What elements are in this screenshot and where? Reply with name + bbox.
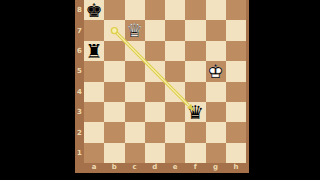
- file-label-a: a: [84, 163, 104, 173]
- square-b2[interactable]: [104, 122, 124, 142]
- square-h2[interactable]: [226, 122, 246, 142]
- square-h8[interactable]: [226, 0, 246, 20]
- square-d5[interactable]: [145, 61, 165, 81]
- square-c4[interactable]: [125, 82, 145, 102]
- piece-white-king-g5[interactable]: ♚♔: [206, 61, 226, 81]
- white-queen-glyph: ♕: [125, 20, 145, 40]
- piece-black-king-a8[interactable]: ♚: [84, 0, 104, 20]
- square-c3[interactable]: [125, 102, 145, 122]
- square-e8[interactable]: [165, 0, 185, 20]
- square-e6[interactable]: [165, 41, 185, 61]
- square-e3[interactable]: [165, 102, 185, 122]
- black-king-glyph: ♚: [84, 0, 104, 20]
- square-c6[interactable]: [125, 41, 145, 61]
- square-f4[interactable]: [185, 82, 205, 102]
- square-a2[interactable]: [84, 122, 104, 142]
- square-e5[interactable]: [165, 61, 185, 81]
- square-b7[interactable]: [104, 20, 124, 40]
- square-h7[interactable]: [226, 20, 246, 40]
- file-label-d: d: [145, 163, 165, 173]
- square-g7[interactable]: [206, 20, 226, 40]
- square-b5[interactable]: [104, 61, 124, 81]
- white-king-glyph: ♔: [206, 61, 226, 81]
- file-label-c: c: [125, 163, 145, 173]
- square-a7[interactable]: [84, 20, 104, 40]
- square-g8[interactable]: [206, 0, 226, 20]
- square-h4[interactable]: [226, 82, 246, 102]
- file-label-b: b: [104, 163, 124, 173]
- square-a5[interactable]: [84, 61, 104, 81]
- square-c2[interactable]: [125, 122, 145, 142]
- rank-label-6: 6: [75, 41, 84, 61]
- square-f5[interactable]: [185, 61, 205, 81]
- board-border-corner: [75, 163, 84, 173]
- square-a1[interactable]: [84, 143, 104, 163]
- square-g2[interactable]: [206, 122, 226, 142]
- rank-label-5: 5: [75, 61, 84, 81]
- square-f2[interactable]: [185, 122, 205, 142]
- square-h5[interactable]: [226, 61, 246, 81]
- square-d7[interactable]: [145, 20, 165, 40]
- square-g6[interactable]: [206, 41, 226, 61]
- file-label-f: f: [185, 163, 205, 173]
- square-c5[interactable]: [125, 61, 145, 81]
- piece-white-queen-c7[interactable]: ♛♕: [125, 20, 145, 40]
- square-f6[interactable]: [185, 41, 205, 61]
- rank-label-8: 8: [75, 0, 84, 20]
- square-d8[interactable]: [145, 0, 165, 20]
- square-f7[interactable]: [185, 20, 205, 40]
- file-label-h: h: [226, 163, 246, 173]
- board-border-right: [246, 0, 249, 173]
- square-b1[interactable]: [104, 143, 124, 163]
- square-f1[interactable]: [185, 143, 205, 163]
- square-b3[interactable]: [104, 102, 124, 122]
- square-g1[interactable]: [206, 143, 226, 163]
- rank-label-1: 1: [75, 143, 84, 163]
- square-h6[interactable]: [226, 41, 246, 61]
- rank-label-3: 3: [75, 102, 84, 122]
- rank-label-7: 7: [75, 20, 84, 40]
- square-d4[interactable]: [145, 82, 165, 102]
- square-e7[interactable]: [165, 20, 185, 40]
- square-c8[interactable]: [125, 0, 145, 20]
- file-coordinates: abcdefgh: [84, 163, 246, 173]
- square-d1[interactable]: [145, 143, 165, 163]
- square-d2[interactable]: [145, 122, 165, 142]
- black-rook-glyph: ♜: [84, 41, 104, 61]
- square-f8[interactable]: [185, 0, 205, 20]
- file-label-g: g: [206, 163, 226, 173]
- app-screen: 87654321 ♚♛♕♜♚♔♛ abcdefgh: [0, 0, 320, 180]
- rank-coordinates: 87654321: [75, 0, 84, 163]
- board-squares: ♚♛♕♜♚♔♛: [84, 0, 246, 163]
- chess-board: 87654321 ♚♛♕♜♚♔♛ abcdefgh: [75, 0, 249, 173]
- black-queen-glyph: ♛: [185, 102, 205, 122]
- square-h1[interactable]: [226, 143, 246, 163]
- square-e4[interactable]: [165, 82, 185, 102]
- square-b6[interactable]: [104, 41, 124, 61]
- piece-black-queen-f3[interactable]: ♛: [185, 102, 205, 122]
- file-label-e: e: [165, 163, 185, 173]
- rank-label-2: 2: [75, 122, 84, 142]
- rank-label-4: 4: [75, 82, 84, 102]
- square-b8[interactable]: [104, 0, 124, 20]
- square-b4[interactable]: [104, 82, 124, 102]
- square-g4[interactable]: [206, 82, 226, 102]
- square-d6[interactable]: [145, 41, 165, 61]
- square-c1[interactable]: [125, 143, 145, 163]
- piece-black-rook-a6[interactable]: ♜: [84, 41, 104, 61]
- square-h3[interactable]: [226, 102, 246, 122]
- square-a4[interactable]: [84, 82, 104, 102]
- square-e1[interactable]: [165, 143, 185, 163]
- square-e2[interactable]: [165, 122, 185, 142]
- square-a3[interactable]: [84, 102, 104, 122]
- square-g3[interactable]: [206, 102, 226, 122]
- square-d3[interactable]: [145, 102, 165, 122]
